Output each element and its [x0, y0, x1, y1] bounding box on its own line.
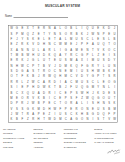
puzzle-grid: WGEXTERNALOBLIQUEKDJSPMQZETYNSORBKJWNPEU…	[9, 26, 118, 123]
word-list-item: SYNERGIST	[64, 145, 93, 150]
page-title: MUSCULAR SYSTEM	[0, 4, 125, 8]
word-column: PECTORALISEXTENSORSPERONEUSSKELETAL MUSC…	[64, 127, 93, 150]
worksheet-page: MUSCULAR SYSTEM Name WGEXTERNALOBLIQUEKD…	[0, 0, 125, 162]
word-column: DELTOIDEXTERNAL OBLIQUEQUADRICEPSTENDONA…	[33, 127, 62, 150]
puzzle-grid-frame: WGEXTERNALOBLIQUEKDJSPMQZETYNSORBKJWNPEU…	[8, 25, 118, 123]
name-blank-line	[14, 15, 69, 18]
name-row: Name	[5, 15, 68, 18]
word-list-item: AGONIST	[33, 145, 62, 150]
grid-cell: W	[112, 117, 117, 122]
word-list-item: CARDIAC MUSCLE	[94, 140, 123, 145]
word-bank: TRAPEZIUSTRICEPSGLUTEUS MAXIMUSSOLEUSFLE…	[3, 127, 123, 150]
word-column: TRAPEZIUSTRICEPSGLUTEUS MAXIMUSSOLEUSFLE…	[3, 127, 32, 150]
word-list-item: FLEXORS	[3, 145, 32, 150]
name-label: Name	[5, 15, 12, 18]
signature-scribble-icon	[107, 148, 121, 156]
page-scale-wrapper: MUSCULAR SYSTEM Name WGEXTERNALOBLIQUEKD…	[0, 0, 125, 162]
word-column: BICEPSANNULAR LIGAMENTGASTROCNEMIUSCARDI…	[94, 127, 123, 150]
